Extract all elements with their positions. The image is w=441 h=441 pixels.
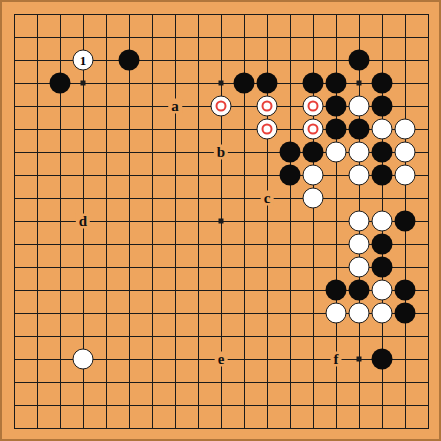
- intersection-R2[interactable]: [371, 394, 394, 417]
- intersection-E4[interactable]: [95, 348, 118, 371]
- intersection-A11[interactable]: [3, 187, 26, 210]
- intersection-N15[interactable]: [279, 95, 302, 118]
- intersection-T11[interactable]: [417, 187, 440, 210]
- intersection-A18[interactable]: [3, 26, 26, 49]
- intersection-M13[interactable]: [256, 141, 279, 164]
- intersection-G10[interactable]: [141, 210, 164, 233]
- intersection-A10[interactable]: [3, 210, 26, 233]
- intersection-T9[interactable]: [417, 233, 440, 256]
- intersection-T18[interactable]: [417, 26, 440, 49]
- intersection-Q17[interactable]: [348, 49, 371, 72]
- intersection-E17[interactable]: [95, 49, 118, 72]
- intersection-M6[interactable]: [256, 302, 279, 325]
- intersection-G18[interactable]: [141, 26, 164, 49]
- intersection-O15[interactable]: [302, 95, 325, 118]
- intersection-M7[interactable]: [256, 279, 279, 302]
- intersection-A5[interactable]: [3, 325, 26, 348]
- intersection-S4[interactable]: [394, 348, 417, 371]
- intersection-N7[interactable]: [279, 279, 302, 302]
- intersection-N6[interactable]: [279, 302, 302, 325]
- intersection-E9[interactable]: [95, 233, 118, 256]
- intersection-S8[interactable]: [394, 256, 417, 279]
- intersection-B16[interactable]: [26, 72, 49, 95]
- intersection-O2[interactable]: [302, 394, 325, 417]
- intersection-L11[interactable]: [233, 187, 256, 210]
- intersection-P3[interactable]: [325, 371, 348, 394]
- intersection-A7[interactable]: [3, 279, 26, 302]
- intersection-R11[interactable]: [371, 187, 394, 210]
- intersection-E11[interactable]: [95, 187, 118, 210]
- intersection-S19[interactable]: [394, 3, 417, 26]
- intersection-K19[interactable]: [210, 3, 233, 26]
- intersection-T16[interactable]: [417, 72, 440, 95]
- intersection-L13[interactable]: [233, 141, 256, 164]
- intersection-K5[interactable]: [210, 325, 233, 348]
- intersection-J9[interactable]: [187, 233, 210, 256]
- intersection-O10[interactable]: [302, 210, 325, 233]
- intersection-J4[interactable]: [187, 348, 210, 371]
- intersection-H9[interactable]: [164, 233, 187, 256]
- intersection-H6[interactable]: [164, 302, 187, 325]
- intersection-E19[interactable]: [95, 3, 118, 26]
- intersection-K18[interactable]: [210, 26, 233, 49]
- intersection-J16[interactable]: [187, 72, 210, 95]
- intersection-O6[interactable]: [302, 302, 325, 325]
- intersection-L17[interactable]: [233, 49, 256, 72]
- intersection-Q7[interactable]: [348, 279, 371, 302]
- intersection-J11[interactable]: [187, 187, 210, 210]
- intersection-C10[interactable]: [49, 210, 72, 233]
- intersection-E8[interactable]: [95, 256, 118, 279]
- intersection-T12[interactable]: [417, 164, 440, 187]
- intersection-K1[interactable]: [210, 417, 233, 440]
- intersection-G19[interactable]: [141, 3, 164, 26]
- intersection-Q12[interactable]: [348, 164, 371, 187]
- intersection-G12[interactable]: [141, 164, 164, 187]
- intersection-H3[interactable]: [164, 371, 187, 394]
- intersection-J5[interactable]: [187, 325, 210, 348]
- intersection-D17[interactable]: 1: [72, 49, 95, 72]
- intersection-O13[interactable]: [302, 141, 325, 164]
- intersection-D13[interactable]: [72, 141, 95, 164]
- intersection-T10[interactable]: [417, 210, 440, 233]
- intersection-P7[interactable]: [325, 279, 348, 302]
- intersection-O5[interactable]: [302, 325, 325, 348]
- intersection-A9[interactable]: [3, 233, 26, 256]
- intersection-E7[interactable]: [95, 279, 118, 302]
- intersection-O18[interactable]: [302, 26, 325, 49]
- intersection-P8[interactable]: [325, 256, 348, 279]
- intersection-B1[interactable]: [26, 417, 49, 440]
- intersection-M9[interactable]: [256, 233, 279, 256]
- intersection-T4[interactable]: [417, 348, 440, 371]
- intersection-P19[interactable]: [325, 3, 348, 26]
- intersection-K2[interactable]: [210, 394, 233, 417]
- intersection-N14[interactable]: [279, 118, 302, 141]
- intersection-C5[interactable]: [49, 325, 72, 348]
- intersection-S5[interactable]: [394, 325, 417, 348]
- intersection-S3[interactable]: [394, 371, 417, 394]
- intersection-A8[interactable]: [3, 256, 26, 279]
- intersection-N13[interactable]: [279, 141, 302, 164]
- intersection-K15[interactable]: [210, 95, 233, 118]
- intersection-D7[interactable]: [72, 279, 95, 302]
- intersection-P17[interactable]: [325, 49, 348, 72]
- intersection-C16[interactable]: [49, 72, 72, 95]
- intersection-S7[interactable]: [394, 279, 417, 302]
- intersection-S12[interactable]: [394, 164, 417, 187]
- intersection-F11[interactable]: [118, 187, 141, 210]
- intersection-F17[interactable]: [118, 49, 141, 72]
- intersection-K12[interactable]: [210, 164, 233, 187]
- intersection-O16[interactable]: [302, 72, 325, 95]
- intersection-M5[interactable]: [256, 325, 279, 348]
- intersection-G11[interactable]: [141, 187, 164, 210]
- intersection-T1[interactable]: [417, 417, 440, 440]
- intersection-L5[interactable]: [233, 325, 256, 348]
- intersection-M3[interactable]: [256, 371, 279, 394]
- intersection-C8[interactable]: [49, 256, 72, 279]
- intersection-A12[interactable]: [3, 164, 26, 187]
- intersection-B15[interactable]: [26, 95, 49, 118]
- intersection-N19[interactable]: [279, 3, 302, 26]
- intersection-O3[interactable]: [302, 371, 325, 394]
- intersection-R8[interactable]: [371, 256, 394, 279]
- intersection-D5[interactable]: [72, 325, 95, 348]
- intersection-R1[interactable]: [371, 417, 394, 440]
- intersection-D18[interactable]: [72, 26, 95, 49]
- intersection-T2[interactable]: [417, 394, 440, 417]
- intersection-S6[interactable]: [394, 302, 417, 325]
- intersection-E18[interactable]: [95, 26, 118, 49]
- intersection-G13[interactable]: [141, 141, 164, 164]
- intersection-K16[interactable]: [210, 72, 233, 95]
- intersection-K14[interactable]: [210, 118, 233, 141]
- intersection-C12[interactable]: [49, 164, 72, 187]
- intersection-L12[interactable]: [233, 164, 256, 187]
- intersection-K13[interactable]: b: [210, 141, 233, 164]
- intersection-D15[interactable]: [72, 95, 95, 118]
- intersection-S13[interactable]: [394, 141, 417, 164]
- intersection-N4[interactable]: [279, 348, 302, 371]
- intersection-S15[interactable]: [394, 95, 417, 118]
- intersection-G7[interactable]: [141, 279, 164, 302]
- intersection-J8[interactable]: [187, 256, 210, 279]
- intersection-L10[interactable]: [233, 210, 256, 233]
- intersection-R3[interactable]: [371, 371, 394, 394]
- intersection-E3[interactable]: [95, 371, 118, 394]
- intersection-O19[interactable]: [302, 3, 325, 26]
- intersection-J7[interactable]: [187, 279, 210, 302]
- intersection-A14[interactable]: [3, 118, 26, 141]
- intersection-A19[interactable]: [3, 3, 26, 26]
- intersection-C19[interactable]: [49, 3, 72, 26]
- intersection-H15[interactable]: a: [164, 95, 187, 118]
- intersection-D3[interactable]: [72, 371, 95, 394]
- intersection-O1[interactable]: [302, 417, 325, 440]
- intersection-D4[interactable]: [72, 348, 95, 371]
- intersection-G5[interactable]: [141, 325, 164, 348]
- intersection-D2[interactable]: [72, 394, 95, 417]
- intersection-J18[interactable]: [187, 26, 210, 49]
- intersection-L15[interactable]: [233, 95, 256, 118]
- intersection-J15[interactable]: [187, 95, 210, 118]
- intersection-S16[interactable]: [394, 72, 417, 95]
- intersection-C17[interactable]: [49, 49, 72, 72]
- intersection-C2[interactable]: [49, 394, 72, 417]
- intersection-O7[interactable]: [302, 279, 325, 302]
- intersection-J2[interactable]: [187, 394, 210, 417]
- intersection-L14[interactable]: [233, 118, 256, 141]
- intersection-R17[interactable]: [371, 49, 394, 72]
- intersection-L4[interactable]: [233, 348, 256, 371]
- intersection-R19[interactable]: [371, 3, 394, 26]
- intersection-T3[interactable]: [417, 371, 440, 394]
- intersection-K3[interactable]: [210, 371, 233, 394]
- intersection-P10[interactable]: [325, 210, 348, 233]
- intersection-O9[interactable]: [302, 233, 325, 256]
- intersection-H17[interactable]: [164, 49, 187, 72]
- intersection-M10[interactable]: [256, 210, 279, 233]
- intersection-L8[interactable]: [233, 256, 256, 279]
- intersection-G3[interactable]: [141, 371, 164, 394]
- intersection-C11[interactable]: [49, 187, 72, 210]
- intersection-H2[interactable]: [164, 394, 187, 417]
- intersection-F9[interactable]: [118, 233, 141, 256]
- intersection-S1[interactable]: [394, 417, 417, 440]
- intersection-P11[interactable]: [325, 187, 348, 210]
- intersection-O12[interactable]: [302, 164, 325, 187]
- intersection-N8[interactable]: [279, 256, 302, 279]
- intersection-C15[interactable]: [49, 95, 72, 118]
- intersection-E6[interactable]: [95, 302, 118, 325]
- intersection-K7[interactable]: [210, 279, 233, 302]
- intersection-S11[interactable]: [394, 187, 417, 210]
- intersection-G16[interactable]: [141, 72, 164, 95]
- intersection-T6[interactable]: [417, 302, 440, 325]
- intersection-C7[interactable]: [49, 279, 72, 302]
- intersection-P15[interactable]: [325, 95, 348, 118]
- intersection-S18[interactable]: [394, 26, 417, 49]
- intersection-N17[interactable]: [279, 49, 302, 72]
- intersection-Q9[interactable]: [348, 233, 371, 256]
- intersection-A6[interactable]: [3, 302, 26, 325]
- intersection-P6[interactable]: [325, 302, 348, 325]
- intersection-L2[interactable]: [233, 394, 256, 417]
- intersection-M1[interactable]: [256, 417, 279, 440]
- intersection-H13[interactable]: [164, 141, 187, 164]
- intersection-H19[interactable]: [164, 3, 187, 26]
- intersection-D19[interactable]: [72, 3, 95, 26]
- intersection-T13[interactable]: [417, 141, 440, 164]
- intersection-G8[interactable]: [141, 256, 164, 279]
- intersection-P13[interactable]: [325, 141, 348, 164]
- intersection-H18[interactable]: [164, 26, 187, 49]
- intersection-A4[interactable]: [3, 348, 26, 371]
- intersection-R5[interactable]: [371, 325, 394, 348]
- intersection-B2[interactable]: [26, 394, 49, 417]
- intersection-N2[interactable]: [279, 394, 302, 417]
- intersection-G6[interactable]: [141, 302, 164, 325]
- intersection-Q8[interactable]: [348, 256, 371, 279]
- intersection-N9[interactable]: [279, 233, 302, 256]
- intersection-A16[interactable]: [3, 72, 26, 95]
- intersection-H12[interactable]: [164, 164, 187, 187]
- intersection-N16[interactable]: [279, 72, 302, 95]
- intersection-Q14[interactable]: [348, 118, 371, 141]
- intersection-S17[interactable]: [394, 49, 417, 72]
- intersection-E15[interactable]: [95, 95, 118, 118]
- intersection-Q11[interactable]: [348, 187, 371, 210]
- intersection-R13[interactable]: [371, 141, 394, 164]
- intersection-Q18[interactable]: [348, 26, 371, 49]
- intersection-T8[interactable]: [417, 256, 440, 279]
- intersection-F3[interactable]: [118, 371, 141, 394]
- intersection-F12[interactable]: [118, 164, 141, 187]
- intersection-K4[interactable]: e: [210, 348, 233, 371]
- intersection-O17[interactable]: [302, 49, 325, 72]
- intersection-H4[interactable]: [164, 348, 187, 371]
- intersection-B5[interactable]: [26, 325, 49, 348]
- intersection-Q4[interactable]: [348, 348, 371, 371]
- intersection-R6[interactable]: [371, 302, 394, 325]
- intersection-M4[interactable]: [256, 348, 279, 371]
- intersection-D6[interactable]: [72, 302, 95, 325]
- intersection-B18[interactable]: [26, 26, 49, 49]
- intersection-K17[interactable]: [210, 49, 233, 72]
- intersection-F4[interactable]: [118, 348, 141, 371]
- intersection-M17[interactable]: [256, 49, 279, 72]
- intersection-M15[interactable]: [256, 95, 279, 118]
- intersection-A13[interactable]: [3, 141, 26, 164]
- intersection-F5[interactable]: [118, 325, 141, 348]
- intersection-D8[interactable]: [72, 256, 95, 279]
- intersection-T7[interactable]: [417, 279, 440, 302]
- intersection-F19[interactable]: [118, 3, 141, 26]
- intersection-L7[interactable]: [233, 279, 256, 302]
- intersection-Q3[interactable]: [348, 371, 371, 394]
- intersection-D12[interactable]: [72, 164, 95, 187]
- intersection-M19[interactable]: [256, 3, 279, 26]
- intersection-Q1[interactable]: [348, 417, 371, 440]
- intersection-K10[interactable]: [210, 210, 233, 233]
- intersection-E14[interactable]: [95, 118, 118, 141]
- intersection-T17[interactable]: [417, 49, 440, 72]
- intersection-B4[interactable]: [26, 348, 49, 371]
- intersection-N3[interactable]: [279, 371, 302, 394]
- intersection-L3[interactable]: [233, 371, 256, 394]
- intersection-L18[interactable]: [233, 26, 256, 49]
- intersection-P12[interactable]: [325, 164, 348, 187]
- intersection-K8[interactable]: [210, 256, 233, 279]
- intersection-G2[interactable]: [141, 394, 164, 417]
- intersection-J3[interactable]: [187, 371, 210, 394]
- intersection-L9[interactable]: [233, 233, 256, 256]
- intersection-Q19[interactable]: [348, 3, 371, 26]
- intersection-J12[interactable]: [187, 164, 210, 187]
- intersection-Q5[interactable]: [348, 325, 371, 348]
- intersection-F10[interactable]: [118, 210, 141, 233]
- intersection-H1[interactable]: [164, 417, 187, 440]
- intersection-C13[interactable]: [49, 141, 72, 164]
- intersection-F14[interactable]: [118, 118, 141, 141]
- intersection-R10[interactable]: [371, 210, 394, 233]
- intersection-R14[interactable]: [371, 118, 394, 141]
- intersection-C1[interactable]: [49, 417, 72, 440]
- intersection-T14[interactable]: [417, 118, 440, 141]
- intersection-H7[interactable]: [164, 279, 187, 302]
- intersection-P2[interactable]: [325, 394, 348, 417]
- intersection-B3[interactable]: [26, 371, 49, 394]
- intersection-C9[interactable]: [49, 233, 72, 256]
- intersection-R12[interactable]: [371, 164, 394, 187]
- intersection-K11[interactable]: [210, 187, 233, 210]
- intersection-O14[interactable]: [302, 118, 325, 141]
- intersection-F8[interactable]: [118, 256, 141, 279]
- intersection-F6[interactable]: [118, 302, 141, 325]
- intersection-G14[interactable]: [141, 118, 164, 141]
- intersection-C6[interactable]: [49, 302, 72, 325]
- intersection-N11[interactable]: [279, 187, 302, 210]
- intersection-R18[interactable]: [371, 26, 394, 49]
- intersection-K6[interactable]: [210, 302, 233, 325]
- intersection-A1[interactable]: [3, 417, 26, 440]
- intersection-B14[interactable]: [26, 118, 49, 141]
- intersection-J6[interactable]: [187, 302, 210, 325]
- intersection-C3[interactable]: [49, 371, 72, 394]
- intersection-P5[interactable]: [325, 325, 348, 348]
- intersection-E1[interactable]: [95, 417, 118, 440]
- intersection-N10[interactable]: [279, 210, 302, 233]
- intersection-L16[interactable]: [233, 72, 256, 95]
- intersection-R16[interactable]: [371, 72, 394, 95]
- intersection-F2[interactable]: [118, 394, 141, 417]
- intersection-E13[interactable]: [95, 141, 118, 164]
- intersection-J13[interactable]: [187, 141, 210, 164]
- intersection-M16[interactable]: [256, 72, 279, 95]
- intersection-Q16[interactable]: [348, 72, 371, 95]
- intersection-F16[interactable]: [118, 72, 141, 95]
- intersection-R7[interactable]: [371, 279, 394, 302]
- intersection-F15[interactable]: [118, 95, 141, 118]
- intersection-H5[interactable]: [164, 325, 187, 348]
- intersection-P1[interactable]: [325, 417, 348, 440]
- intersection-L19[interactable]: [233, 3, 256, 26]
- intersection-M8[interactable]: [256, 256, 279, 279]
- intersection-G4[interactable]: [141, 348, 164, 371]
- intersection-D9[interactable]: [72, 233, 95, 256]
- intersection-O11[interactable]: [302, 187, 325, 210]
- intersection-J1[interactable]: [187, 417, 210, 440]
- intersection-R15[interactable]: [371, 95, 394, 118]
- intersection-P16[interactable]: [325, 72, 348, 95]
- intersection-H14[interactable]: [164, 118, 187, 141]
- intersection-Q2[interactable]: [348, 394, 371, 417]
- intersection-Q15[interactable]: [348, 95, 371, 118]
- intersection-Q13[interactable]: [348, 141, 371, 164]
- intersection-L1[interactable]: [233, 417, 256, 440]
- intersection-G15[interactable]: [141, 95, 164, 118]
- intersection-F18[interactable]: [118, 26, 141, 49]
- intersection-H16[interactable]: [164, 72, 187, 95]
- intersection-B7[interactable]: [26, 279, 49, 302]
- intersection-L6[interactable]: [233, 302, 256, 325]
- intersection-H8[interactable]: [164, 256, 187, 279]
- intersection-T19[interactable]: [417, 3, 440, 26]
- intersection-B19[interactable]: [26, 3, 49, 26]
- intersection-A3[interactable]: [3, 371, 26, 394]
- intersection-B9[interactable]: [26, 233, 49, 256]
